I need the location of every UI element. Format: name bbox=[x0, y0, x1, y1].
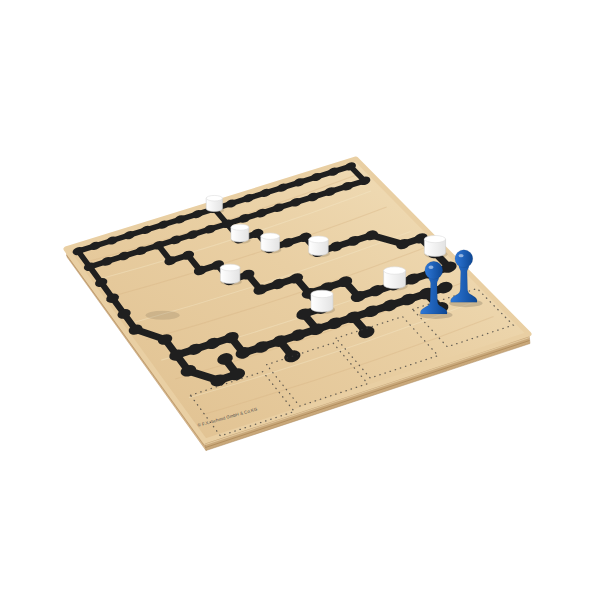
barricade-white[interactable] bbox=[309, 236, 331, 257]
barricade-white[interactable] bbox=[220, 264, 242, 285]
die[interactable] bbox=[146, 311, 180, 320]
barricade-white[interactable] bbox=[261, 233, 282, 253]
barricade-white[interactable] bbox=[384, 267, 408, 291]
product-photo-malefiz: © F.X. Schmid GmbH & Co.KG bbox=[0, 0, 600, 600]
game-board bbox=[0, 0, 600, 600]
barricade-white[interactable] bbox=[311, 290, 335, 314]
barricade-white[interactable] bbox=[424, 235, 447, 258]
barricade-white[interactable] bbox=[206, 195, 224, 213]
barricade-white[interactable] bbox=[231, 224, 251, 244]
